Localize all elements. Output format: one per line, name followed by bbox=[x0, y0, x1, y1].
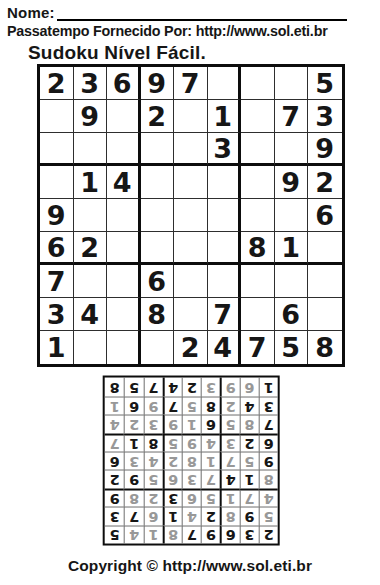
solution-cell-r3c6: 3 bbox=[163, 488, 182, 506]
puzzle-cell-r8c2[interactable]: 4 bbox=[74, 298, 108, 331]
solution-cell-r1c2: 3 bbox=[239, 525, 258, 543]
puzzle-cell-r5c8[interactable] bbox=[275, 199, 309, 232]
solution-cell-r7c2: 8 bbox=[239, 415, 258, 433]
puzzle-cell-r7c3[interactable] bbox=[107, 265, 141, 298]
solution-cell-r2c7: 6 bbox=[143, 507, 162, 525]
puzzle-cell-r5c4[interactable] bbox=[141, 199, 175, 232]
solution-cell-r8c1: 3 bbox=[259, 396, 278, 414]
solution-cell-r5c5: 8 bbox=[182, 452, 201, 470]
puzzle-cell-r1c6[interactable] bbox=[208, 67, 242, 100]
solution-cell-r3c7: 2 bbox=[143, 488, 162, 506]
solution-cell-r7c1: 7 bbox=[259, 415, 278, 433]
solution-cell-r7c5: 1 bbox=[182, 415, 201, 433]
puzzle-cell-r7c5[interactable] bbox=[174, 265, 208, 298]
puzzle-cell-r9c9[interactable]: 8 bbox=[308, 331, 342, 364]
solution-cell-r6c4: 4 bbox=[201, 433, 220, 451]
solution-cell-r6c1: 6 bbox=[259, 433, 278, 451]
puzzle-cell-r2c4[interactable]: 2 bbox=[141, 100, 175, 133]
solution-grid: 2369781455982416734715632898147365929571… bbox=[103, 376, 280, 546]
puzzle-cell-r4c9[interactable]: 2 bbox=[308, 166, 342, 199]
name-label: Nome: bbox=[7, 4, 55, 21]
solution-cell-r9c2: 6 bbox=[239, 378, 258, 396]
puzzle-cell-r3c9[interactable]: 9 bbox=[308, 133, 342, 166]
solution-cell-r2c6: 1 bbox=[163, 507, 182, 525]
solution-cell-r1c7: 1 bbox=[143, 525, 162, 543]
solution-cell-r6c8: 1 bbox=[124, 433, 143, 451]
solution-cell-r9c4: 3 bbox=[201, 378, 220, 396]
puzzle-cell-r6c5[interactable] bbox=[174, 232, 208, 265]
puzzle-cell-r2c5[interactable] bbox=[174, 100, 208, 133]
solution-cell-r9c9: 8 bbox=[105, 378, 124, 396]
puzzle-cell-r2c7[interactable] bbox=[241, 100, 275, 133]
solution-cell-r1c3: 6 bbox=[220, 525, 239, 543]
solution-cell-r6c5: 9 bbox=[182, 433, 201, 451]
solution-cell-r2c1: 5 bbox=[259, 507, 278, 525]
solution-cell-r4c1: 8 bbox=[259, 470, 278, 488]
solution-cell-r3c2: 7 bbox=[239, 488, 258, 506]
puzzle-cell-r4c4[interactable] bbox=[141, 166, 175, 199]
puzzle-cell-r3c1[interactable] bbox=[40, 133, 74, 166]
solution-cell-r5c8: 3 bbox=[124, 452, 143, 470]
solution-cell-r6c2: 2 bbox=[239, 433, 258, 451]
solution-cell-r8c9: 1 bbox=[105, 396, 124, 414]
puzzle-cell-r1c7[interactable] bbox=[241, 67, 275, 100]
puzzle-cell-r7c6[interactable] bbox=[208, 265, 242, 298]
puzzle-cell-r8c8[interactable]: 6 bbox=[275, 298, 309, 331]
solution-cell-r5c7: 4 bbox=[143, 452, 162, 470]
puzzle-cell-r4c5[interactable] bbox=[174, 166, 208, 199]
puzzle-cell-r7c7[interactable] bbox=[241, 265, 275, 298]
solution-cell-r8c3: 2 bbox=[220, 396, 239, 414]
solution-cell-r2c8: 7 bbox=[124, 507, 143, 525]
solution-cell-r9c8: 5 bbox=[124, 378, 143, 396]
puzzle-cell-r6c6[interactable] bbox=[208, 232, 242, 265]
puzzle-cell-r1c3[interactable]: 6 bbox=[107, 67, 141, 100]
puzzle-cell-r8c5[interactable] bbox=[174, 298, 208, 331]
solution-cell-r5c1: 9 bbox=[259, 452, 278, 470]
puzzle-cell-r6c9[interactable] bbox=[308, 232, 342, 265]
puzzle-cell-r5c9[interactable]: 6 bbox=[308, 199, 342, 232]
puzzle-cell-r7c9[interactable] bbox=[308, 265, 342, 298]
solution-cell-r4c2: 1 bbox=[239, 470, 258, 488]
puzzle-cell-r6c8[interactable]: 1 bbox=[275, 232, 309, 265]
puzzle-cell-r3c3[interactable] bbox=[107, 133, 141, 166]
puzzle-cell-r9c2[interactable] bbox=[74, 331, 108, 364]
puzzle-cell-r1c9[interactable]: 5 bbox=[308, 67, 342, 100]
puzzle-cell-r2c3[interactable] bbox=[107, 100, 141, 133]
puzzle-cell-r8c4[interactable]: 8 bbox=[141, 298, 175, 331]
puzzle-cell-r9c6[interactable]: 4 bbox=[208, 331, 242, 364]
puzzle-cell-r6c3[interactable] bbox=[107, 232, 141, 265]
puzzle-cell-r5c1[interactable]: 9 bbox=[40, 199, 74, 232]
puzzle-cell-r8c3[interactable] bbox=[107, 298, 141, 331]
solution-cell-r4c4: 7 bbox=[201, 470, 220, 488]
puzzle-cell-r3c7[interactable] bbox=[241, 133, 275, 166]
puzzle-cell-r6c1[interactable]: 6 bbox=[40, 232, 74, 265]
puzzle-cell-r2c2[interactable]: 9 bbox=[74, 100, 108, 133]
puzzle-cell-r9c3[interactable] bbox=[107, 331, 141, 364]
solution-cell-r8c4: 8 bbox=[201, 396, 220, 414]
puzzle-cell-r8c7[interactable] bbox=[241, 298, 275, 331]
puzzle-cell-r1c8[interactable] bbox=[275, 67, 309, 100]
puzzle-cell-r4c1[interactable] bbox=[40, 166, 74, 199]
solution-cell-r5c4: 1 bbox=[201, 452, 220, 470]
puzzle-cell-r6c4[interactable] bbox=[141, 232, 175, 265]
puzzle-cell-r9c7[interactable]: 7 bbox=[241, 331, 275, 364]
solution-cell-r8c6: 7 bbox=[163, 396, 182, 414]
solution-cell-r5c2: 5 bbox=[239, 452, 258, 470]
solution-cell-r8c2: 4 bbox=[239, 396, 258, 414]
puzzle-cell-r3c4[interactable] bbox=[141, 133, 175, 166]
solution-cell-r1c4: 9 bbox=[201, 525, 220, 543]
puzzle-cell-r9c5[interactable]: 2 bbox=[174, 331, 208, 364]
solution-cell-r9c5: 2 bbox=[182, 378, 201, 396]
solution-cell-r4c6: 6 bbox=[163, 470, 182, 488]
puzzle-cell-r3c8[interactable] bbox=[275, 133, 309, 166]
name-row: Nome: bbox=[7, 4, 347, 21]
puzzle-cell-r5c3[interactable] bbox=[107, 199, 141, 232]
puzzle-cell-r8c9[interactable] bbox=[308, 298, 342, 331]
solution-cell-r1c6: 8 bbox=[163, 525, 182, 543]
puzzle-cell-r9c4[interactable] bbox=[141, 331, 175, 364]
puzzle-cell-r4c2[interactable]: 1 bbox=[74, 166, 108, 199]
puzzle-cell-r7c2[interactable] bbox=[74, 265, 108, 298]
puzzle-cell-r8c1[interactable]: 3 bbox=[40, 298, 74, 331]
puzzle-cell-r4c7[interactable] bbox=[241, 166, 275, 199]
solution-cell-r4c9: 2 bbox=[105, 470, 124, 488]
puzzle-cell-r3c2[interactable] bbox=[74, 133, 108, 166]
solution-cell-r3c4: 5 bbox=[201, 488, 220, 506]
solution-cell-r7c4: 6 bbox=[201, 415, 220, 433]
solution-cell-r2c2: 9 bbox=[239, 507, 258, 525]
puzzle-cell-r3c5[interactable] bbox=[174, 133, 208, 166]
solution-cell-r6c6: 5 bbox=[163, 433, 182, 451]
puzzle-cell-r1c5[interactable]: 7 bbox=[174, 67, 208, 100]
solution-cell-r2c3: 8 bbox=[220, 507, 239, 525]
puzzle-cell-r1c2[interactable]: 3 bbox=[74, 67, 108, 100]
puzzle-cell-r8c6[interactable]: 7 bbox=[208, 298, 242, 331]
solution-cell-r4c8: 9 bbox=[124, 470, 143, 488]
provider-line: Passatempo Fornecido Por: http://www.sol… bbox=[7, 23, 328, 39]
puzzle-cell-r2c6[interactable]: 1 bbox=[208, 100, 242, 133]
puzzle-cell-r5c7[interactable] bbox=[241, 199, 275, 232]
solution-cell-r3c8: 8 bbox=[124, 488, 143, 506]
puzzle-cell-r4c8[interactable]: 9 bbox=[275, 166, 309, 199]
solution-cell-r9c7: 7 bbox=[143, 378, 162, 396]
solution-cell-r7c9: 4 bbox=[105, 415, 124, 433]
page-title: Sudoku Nível Fácil. bbox=[28, 42, 206, 64]
solution-cell-r7c8: 2 bbox=[124, 415, 143, 433]
solution-cell-r5c6: 2 bbox=[163, 452, 182, 470]
solution-cell-r1c8: 4 bbox=[124, 525, 143, 543]
solution-cell-r3c1: 4 bbox=[259, 488, 278, 506]
puzzle-cell-r9c1[interactable]: 1 bbox=[40, 331, 74, 364]
solution-cell-r1c5: 7 bbox=[182, 525, 201, 543]
solution-cell-r3c5: 6 bbox=[182, 488, 201, 506]
puzzle-cell-r5c6[interactable] bbox=[208, 199, 242, 232]
puzzle-cell-r1c1[interactable]: 2 bbox=[40, 67, 74, 100]
puzzle-cell-r2c1[interactable] bbox=[40, 100, 74, 133]
solution-cell-r8c8: 6 bbox=[124, 396, 143, 414]
puzzle-cell-r4c6[interactable] bbox=[208, 166, 242, 199]
puzzle-cell-r4c3[interactable]: 4 bbox=[107, 166, 141, 199]
solution-cell-r6c9: 7 bbox=[105, 433, 124, 451]
solution-cell-r2c9: 3 bbox=[105, 507, 124, 525]
solution-cell-r4c5: 3 bbox=[182, 470, 201, 488]
solution-cell-r8c7: 9 bbox=[143, 396, 162, 414]
solution-cell-r1c1: 2 bbox=[259, 525, 278, 543]
puzzle-cell-r9c8[interactable]: 5 bbox=[275, 331, 309, 364]
puzzle-cell-r7c8[interactable] bbox=[275, 265, 309, 298]
solution-cell-r7c3: 5 bbox=[220, 415, 239, 433]
puzzle-cell-r3c6[interactable]: 3 bbox=[208, 133, 242, 166]
solution-cell-r9c1: 1 bbox=[259, 378, 278, 396]
solution-cell-r5c3: 7 bbox=[220, 452, 239, 470]
worksheet-page: Nome: Passatempo Fornecido Por: http://w… bbox=[0, 0, 380, 585]
name-line[interactable] bbox=[57, 6, 347, 21]
puzzle-cell-r1c4[interactable]: 9 bbox=[141, 67, 175, 100]
solution-cell-r9c3: 9 bbox=[220, 378, 239, 396]
puzzle-cell-r6c7[interactable]: 8 bbox=[241, 232, 275, 265]
solution-cell-r6c3: 3 bbox=[220, 433, 239, 451]
solution-cell-r4c3: 4 bbox=[220, 470, 239, 488]
copyright-line: Copyright © http://www.sol.eti.br bbox=[0, 557, 380, 575]
puzzle-cell-r6c2[interactable]: 2 bbox=[74, 232, 108, 265]
solution-cell-r7c7: 3 bbox=[143, 415, 162, 433]
puzzle-cell-r5c5[interactable] bbox=[174, 199, 208, 232]
solution-cell-r6c7: 8 bbox=[143, 433, 162, 451]
solution-cell-r8c5: 5 bbox=[182, 396, 201, 414]
solution-cell-r9c6: 4 bbox=[163, 378, 182, 396]
solution-cell-r2c5: 4 bbox=[182, 507, 201, 525]
puzzle-cell-r5c2[interactable] bbox=[74, 199, 108, 232]
puzzle-cell-r2c8[interactable]: 7 bbox=[275, 100, 309, 133]
puzzle-grid: 236975921733914929662817634876124758 bbox=[37, 64, 345, 367]
puzzle-cell-r2c9[interactable]: 3 bbox=[308, 100, 342, 133]
solution-cell-r3c3: 1 bbox=[220, 488, 239, 506]
puzzle-cell-r7c4[interactable]: 6 bbox=[141, 265, 175, 298]
solution-cell-r3c9: 9 bbox=[105, 488, 124, 506]
solution-cell-r2c4: 2 bbox=[201, 507, 220, 525]
solution-cell-r5c9: 6 bbox=[105, 452, 124, 470]
solution-cell-r1c9: 5 bbox=[105, 525, 124, 543]
solution-cell-r7c6: 9 bbox=[163, 415, 182, 433]
solution-cell-r4c7: 5 bbox=[143, 470, 162, 488]
puzzle-cell-r7c1[interactable]: 7 bbox=[40, 265, 74, 298]
